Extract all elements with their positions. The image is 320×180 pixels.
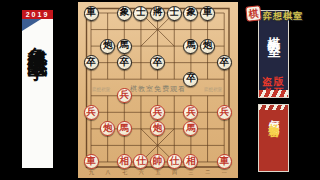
piece-red-r-a1[interactable]: 車 (84, 154, 99, 169)
piece-black-b-c10[interactable]: 象 (117, 6, 132, 21)
piece-black-n-g8[interactable]: 馬 (183, 39, 198, 54)
piece-black-b-g10[interactable]: 象 (183, 6, 198, 21)
piece-red-p-e4[interactable]: 兵 (150, 105, 165, 120)
ribbon-stripes-decoration (259, 90, 288, 97)
qi-seal-character: 棋 (248, 6, 259, 21)
file-numbers: 九八七六五四三二一 (89, 169, 238, 175)
piece-black-p-a7[interactable]: 卒 (84, 55, 99, 70)
channel-watermark: 弈想棋室 (263, 10, 303, 23)
river-watermark-right: 弈想棋室 (204, 87, 222, 92)
blue-wedge-decoration (22, 19, 53, 31)
piece-black-p-g6[interactable]: 卒 (183, 72, 198, 87)
qi-seal-icon: 棋 (245, 5, 261, 21)
series-title-wrap: 象棋经典战事 (22, 31, 53, 168)
year-badge: 2019 (22, 10, 53, 19)
river-watermark-left: 弈想棋室 (92, 87, 110, 92)
letterbox-bottom (0, 178, 320, 180)
piece-red-p-c5[interactable]: 兵 (117, 88, 132, 103)
piece-black-a-f10[interactable]: 士 (167, 6, 182, 21)
player-names: 何顺安杨官璘 (267, 112, 281, 170)
ribbon-classroom: 棋教室 盗版必死 (258, 10, 289, 98)
piece-black-p-c7[interactable]: 卒 (117, 55, 132, 70)
piece-red-p-i4[interactable]: 兵 (217, 105, 232, 120)
piece-black-r-a10[interactable]: 車 (84, 6, 99, 21)
piece-red-p-a4[interactable]: 兵 (84, 105, 99, 120)
series-title: 象棋经典战事 (22, 31, 53, 168)
piece-black-p-i7[interactable]: 卒 (217, 55, 232, 70)
piece-black-r-h10[interactable]: 車 (200, 6, 215, 21)
ribbon-players: 何顺安杨官璘 (258, 104, 289, 172)
xiangqi-board[interactable]: 棋教室免费观看 弈想棋室 弈想棋室 九八七六五四三二一 車象士將士象車炮馬馬炮卒… (78, 0, 238, 180)
left-banner: 2019 象棋经典战事 (22, 10, 53, 168)
classroom-title: 棋教室 (265, 26, 283, 74)
letterbox-top (0, 0, 320, 2)
piece-black-k-e10[interactable]: 將 (150, 6, 165, 21)
piece-black-a-d10[interactable]: 士 (133, 6, 148, 21)
piece-black-c-h8[interactable]: 炮 (200, 39, 215, 54)
players-wrap: 何顺安杨官璘 (259, 105, 288, 170)
thumbnail: 2019 象棋经典战事 棋教室免费观看 弈想棋室 弈想棋室 九八七六五四三二一 … (0, 0, 320, 180)
ribbon-players-stripes-decoration (259, 105, 288, 110)
player-black-name: 杨官璘 (269, 116, 280, 120)
piece-black-n-c8[interactable]: 馬 (117, 39, 132, 54)
piece-black-c-b8[interactable]: 炮 (100, 39, 115, 54)
